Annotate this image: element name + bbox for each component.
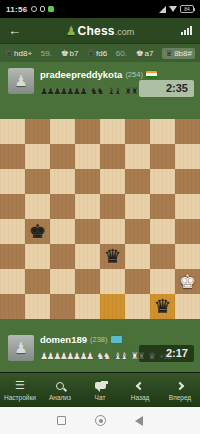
- square-h7[interactable]: [0, 269, 25, 294]
- captured-pieces: ♟♟♟♟♟♟♟♞♞♝♝♜♜: [40, 86, 141, 96]
- square-b2[interactable]: [150, 144, 175, 169]
- settings-label: Настройки: [4, 394, 36, 401]
- black-piece-figurine-icon: ♛: [5, 49, 13, 58]
- square-h1[interactable]: [0, 119, 25, 144]
- square-c5[interactable]: [125, 219, 150, 244]
- move[interactable]: ♚b7: [60, 49, 78, 58]
- chat-bubbles-icon: [95, 382, 106, 389]
- square-b7[interactable]: [150, 269, 175, 294]
- android-nav-bar: [0, 407, 200, 434]
- move[interactable]: ♛fd6: [87, 49, 107, 58]
- square-c8[interactable]: [125, 294, 150, 319]
- white-piece-figurine-icon: ♚: [60, 49, 68, 58]
- square-e2[interactable]: [75, 144, 100, 169]
- square-h5[interactable]: [0, 219, 25, 244]
- square-g5[interactable]: ♚: [25, 219, 50, 244]
- move-back-button[interactable]: Назад: [120, 373, 160, 407]
- recents-square-icon[interactable]: [57, 416, 66, 425]
- move-list-bar: ♛hd8+59.♚b7♛fd660.♚a7♛8b8#: [0, 44, 200, 62]
- square-a3[interactable]: [175, 169, 200, 194]
- square-h3[interactable]: [0, 169, 25, 194]
- player-card-top: ♟ pradeepreddykota (254) ♟♟♟♟♟♟♟♞♞♝♝♜♜ 2…: [0, 62, 200, 119]
- square-e7[interactable]: [75, 269, 100, 294]
- country-flag: [111, 336, 122, 343]
- player-clock: 2:17: [139, 345, 194, 362]
- square-g7[interactable]: [25, 269, 50, 294]
- square-d2[interactable]: [100, 144, 125, 169]
- black-king-on-g5: ♚: [25, 219, 50, 244]
- chevron-right-icon: [176, 381, 184, 389]
- square-g2[interactable]: [25, 144, 50, 169]
- move[interactable]: ♚a7: [136, 49, 154, 58]
- move[interactable]: ♛hd8+: [5, 49, 32, 58]
- square-b4[interactable]: [150, 194, 175, 219]
- player-card-bottom: ♟ domen189 (238) ♟♟♟♟♟♟♟♟♞♞♝♝♜♜♛+18 2:17: [0, 319, 200, 372]
- battery-icon: 84: [180, 5, 194, 13]
- square-b5[interactable]: [150, 219, 175, 244]
- square-f6[interactable]: [50, 244, 75, 269]
- logo-text-suffix: .com: [115, 27, 135, 37]
- avatar[interactable]: ♟: [8, 335, 34, 361]
- username: pradeepreddykota: [40, 69, 122, 80]
- square-h6[interactable]: [0, 244, 25, 269]
- square-c7[interactable]: [125, 269, 150, 294]
- square-g1[interactable]: [25, 119, 50, 144]
- black-queen-on-b8: ♛: [150, 294, 175, 319]
- status-bar: 11:56 84: [0, 0, 200, 18]
- clock-time: 11:56: [6, 5, 28, 14]
- square-a4[interactable]: [175, 194, 200, 219]
- country-flag: [146, 71, 157, 78]
- square-f8[interactable]: [50, 294, 75, 319]
- white-king-on-a7: ♚: [175, 269, 200, 294]
- black-queen-on-d6: ♛: [100, 244, 125, 269]
- rating: (254): [125, 70, 143, 79]
- square-a6[interactable]: [175, 244, 200, 269]
- square-e5[interactable]: [75, 219, 100, 244]
- back-triangle-icon[interactable]: [135, 416, 143, 426]
- back-arrow-icon[interactable]: ←: [8, 24, 21, 37]
- last-move-chip[interactable]: ♛8b8#: [162, 48, 195, 59]
- square-a2[interactable]: [175, 144, 200, 169]
- pawn-logo-icon: ♟: [66, 24, 77, 38]
- analysis-label: Анализ: [49, 394, 71, 401]
- square-e1[interactable]: [75, 119, 100, 144]
- game-toolbar: ☰ Настройки Анализ Чат Назад Вперед: [0, 372, 200, 407]
- move-forward-label: Вперед: [169, 394, 191, 401]
- chat-label: Чат: [95, 394, 106, 401]
- analysis-button[interactable]: Анализ: [40, 373, 80, 407]
- square-c1[interactable]: [125, 119, 150, 144]
- alarm-icon: [31, 6, 37, 12]
- cell-signal-icon: [159, 6, 166, 13]
- player-clock: 2:35: [139, 80, 194, 97]
- move-forward-button[interactable]: Вперед: [160, 373, 200, 407]
- square-e8[interactable]: [75, 294, 100, 319]
- square-g6[interactable]: [25, 244, 50, 269]
- square-b8[interactable]: ♛: [150, 294, 175, 319]
- square-a5[interactable]: [175, 219, 200, 244]
- square-g3[interactable]: [25, 169, 50, 194]
- square-f2[interactable]: [50, 144, 75, 169]
- square-d6[interactable]: ♛: [100, 244, 125, 269]
- square-a7[interactable]: ♚: [175, 269, 200, 294]
- square-c2[interactable]: [125, 144, 150, 169]
- square-c3[interactable]: [125, 169, 150, 194]
- square-g8[interactable]: [25, 294, 50, 319]
- square-d3[interactable]: [100, 169, 125, 194]
- square-h4[interactable]: [0, 194, 25, 219]
- square-f4[interactable]: [50, 194, 75, 219]
- square-e4[interactable]: [75, 194, 100, 219]
- player-name-row[interactable]: domen189 (238): [40, 334, 122, 345]
- white-piece-figurine-icon: ♚: [136, 49, 144, 58]
- home-circle-icon[interactable]: [95, 415, 106, 426]
- square-e3[interactable]: [75, 169, 100, 194]
- square-c6[interactable]: [125, 244, 150, 269]
- square-e6[interactable]: [75, 244, 100, 269]
- app-header: ← ♟ Chess .com: [0, 18, 200, 44]
- square-a8[interactable]: [175, 294, 200, 319]
- username: domen189: [40, 334, 87, 345]
- square-d8[interactable]: [100, 294, 125, 319]
- square-d7[interactable]: [100, 269, 125, 294]
- avatar-pawn-icon: ♟: [14, 72, 27, 90]
- move-number: 59.: [41, 49, 52, 58]
- square-h8[interactable]: [0, 294, 25, 319]
- chess-board: ♚♛♚♛: [0, 119, 200, 319]
- black-piece-figurine-icon: ♛: [165, 49, 173, 58]
- avatar-pawn-icon: ♟: [14, 339, 27, 357]
- avatar[interactable]: ♟: [8, 68, 34, 94]
- analysis-magnifier-icon: [56, 382, 64, 390]
- square-b1[interactable]: [150, 119, 175, 144]
- square-f3[interactable]: [50, 169, 75, 194]
- app-notification-icon: [48, 6, 54, 12]
- square-h2[interactable]: [0, 144, 25, 169]
- square-f1[interactable]: [50, 119, 75, 144]
- square-c4[interactable]: [125, 194, 150, 219]
- chevron-left-icon: [136, 381, 144, 389]
- menu-list-icon: ☰: [15, 380, 25, 391]
- black-piece-figurine-icon: ♛: [87, 49, 95, 58]
- move-number: 60.: [116, 49, 127, 58]
- square-f5[interactable]: [50, 219, 75, 244]
- rating: (238): [90, 335, 108, 344]
- logo-text-main: Chess: [78, 24, 115, 38]
- chat-button[interactable]: Чат: [80, 373, 120, 407]
- settings-button[interactable]: ☰ Настройки: [0, 373, 40, 407]
- square-b6[interactable]: [150, 244, 175, 269]
- wifi-icon: [169, 6, 177, 12]
- square-a1[interactable]: [175, 119, 200, 144]
- square-b3[interactable]: [150, 169, 175, 194]
- watch-icon: [40, 6, 45, 12]
- square-g4[interactable]: [25, 194, 50, 219]
- square-d1[interactable]: [100, 119, 125, 144]
- square-d5[interactable]: [100, 219, 125, 244]
- square-f7[interactable]: [50, 269, 75, 294]
- connection-strength-icon: [181, 26, 192, 35]
- chesscom-logo: ♟ Chess .com: [66, 24, 134, 38]
- move-back-label: Назад: [131, 394, 150, 401]
- square-d4[interactable]: [100, 194, 125, 219]
- player-name-row[interactable]: pradeepreddykota (254): [40, 69, 157, 80]
